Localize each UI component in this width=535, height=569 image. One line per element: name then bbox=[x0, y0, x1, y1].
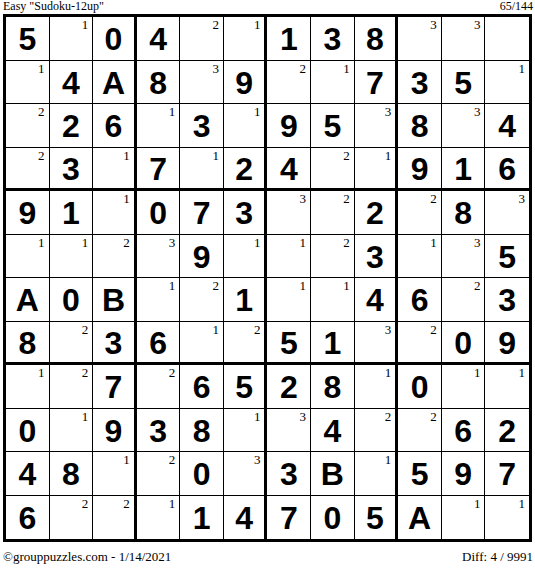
cell-r7c6[interactable]: 1 bbox=[224, 278, 268, 322]
given-digit: 7 bbox=[366, 67, 384, 99]
pencil-mark: 2 bbox=[82, 497, 89, 511]
cell-r9c4[interactable]: 2 bbox=[137, 365, 181, 409]
given-digit: 9 bbox=[411, 153, 429, 185]
cell-r2c6[interactable]: 9 bbox=[224, 61, 268, 105]
cell-r12c12[interactable]: 1 bbox=[485, 496, 529, 540]
cell-r12c8[interactable]: 0 bbox=[311, 496, 355, 540]
given-digit: 4 bbox=[235, 502, 253, 534]
cell-r6c11[interactable]: 3 bbox=[442, 235, 486, 279]
pencil-mark: 1 bbox=[518, 62, 525, 76]
cell-r7c5[interactable]: 2 bbox=[180, 278, 224, 322]
page-counter: 65/144 bbox=[500, 0, 533, 13]
cell-r7c1[interactable]: A bbox=[6, 278, 50, 322]
cell-r3c7[interactable]: 9 bbox=[267, 104, 311, 148]
given-digit: A bbox=[408, 502, 431, 534]
pencil-mark: 1 bbox=[123, 453, 130, 467]
given-digit: 1 bbox=[193, 502, 211, 534]
cell-r3c10[interactable]: 8 bbox=[398, 104, 442, 148]
cell-r4c1[interactable]: 2 bbox=[6, 148, 50, 192]
cell-r4c9[interactable]: 1 bbox=[355, 148, 399, 192]
given-digit: 0 bbox=[18, 415, 36, 447]
cell-r8c8[interactable]: 1 bbox=[311, 322, 355, 366]
given-digit: 8 bbox=[193, 415, 211, 447]
pencil-mark: 3 bbox=[385, 323, 392, 337]
cell-r5c9[interactable]: 2 bbox=[355, 191, 399, 235]
cell-r12c2[interactable]: 2 bbox=[50, 496, 94, 540]
page-title: Easy "Sudoku-12up" bbox=[3, 0, 104, 13]
cell-r6c2[interactable]: 1 bbox=[50, 235, 94, 279]
given-digit: 6 bbox=[105, 110, 123, 142]
given-digit: 3 bbox=[62, 153, 80, 185]
given-digit: 0 bbox=[411, 371, 429, 403]
cell-r8c1[interactable]: 8 bbox=[6, 322, 50, 366]
pencil-mark: 2 bbox=[430, 410, 437, 424]
cell-r9c12[interactable]: 1 bbox=[485, 365, 529, 409]
cell-r5c1[interactable]: 9 bbox=[6, 191, 50, 235]
footer-copyright: ©grouppuzzles.com - 1/14/2021 bbox=[3, 549, 171, 565]
given-digit: 4 bbox=[498, 110, 516, 142]
given-digit: 0 bbox=[323, 502, 341, 534]
cell-r5c6[interactable]: 3 bbox=[224, 191, 268, 235]
cell-r4c8[interactable]: 2 bbox=[311, 148, 355, 192]
given-digit: A bbox=[16, 284, 39, 316]
given-digit: 0 bbox=[62, 284, 80, 316]
given-digit: 0 bbox=[454, 327, 472, 359]
given-digit: 7 bbox=[193, 197, 211, 229]
pencil-mark: 1 bbox=[474, 366, 481, 380]
given-digit: 4 bbox=[149, 23, 167, 55]
cell-r10c10[interactable]: 2 bbox=[398, 409, 442, 453]
cell-r11c11[interactable]: 9 bbox=[442, 452, 486, 496]
pencil-mark: 3 bbox=[300, 192, 307, 206]
cell-r11c2[interactable]: 8 bbox=[50, 452, 94, 496]
cell-r5c3[interactable]: 1 bbox=[93, 191, 137, 235]
cell-r7c8[interactable]: 1 bbox=[311, 278, 355, 322]
cell-r2c9[interactable]: 7 bbox=[355, 61, 399, 105]
given-digit: 5 bbox=[454, 67, 472, 99]
cell-r12c11[interactable]: 1 bbox=[442, 496, 486, 540]
pencil-mark: 2 bbox=[254, 323, 261, 337]
given-digit: 9 bbox=[280, 110, 298, 142]
cell-r7c9[interactable]: 4 bbox=[355, 278, 399, 322]
cell-r2c7[interactable]: 2 bbox=[267, 61, 311, 105]
cell-r3c8[interactable]: 5 bbox=[311, 104, 355, 148]
cell-r1c8[interactable]: 3 bbox=[311, 17, 355, 61]
pencil-mark: 1 bbox=[123, 192, 130, 206]
pencil-mark: 2 bbox=[82, 366, 89, 380]
pencil-mark: 2 bbox=[343, 192, 350, 206]
given-digit: 8 bbox=[62, 458, 80, 490]
given-digit: 6 bbox=[498, 153, 516, 185]
pencil-mark: 1 bbox=[430, 236, 437, 250]
cell-r6c4[interactable]: 3 bbox=[137, 235, 181, 279]
cell-r1c11[interactable]: 3 bbox=[442, 17, 486, 61]
cell-r4c6[interactable]: 2 bbox=[224, 148, 268, 192]
cell-r5c7[interactable]: 3 bbox=[267, 191, 311, 235]
cell-r3c12[interactable]: 4 bbox=[485, 104, 529, 148]
cell-r9c6[interactable]: 5 bbox=[224, 365, 268, 409]
given-digit: 2 bbox=[235, 153, 253, 185]
cell-r9c11[interactable]: 1 bbox=[442, 365, 486, 409]
given-digit: 8 bbox=[149, 67, 167, 99]
pencil-mark: 1 bbox=[82, 410, 89, 424]
cell-r8c4[interactable]: 6 bbox=[137, 322, 181, 366]
cell-r10c1[interactable]: 0 bbox=[6, 409, 50, 453]
cell-r12c4[interactable]: 1 bbox=[137, 496, 181, 540]
given-digit: 1 bbox=[62, 197, 80, 229]
pencil-mark: 1 bbox=[254, 410, 261, 424]
pencil-mark: 1 bbox=[343, 279, 350, 293]
page-footer: ©grouppuzzles.com - 1/14/2021 Diff: 4 / … bbox=[3, 549, 533, 565]
given-digit: 9 bbox=[454, 458, 472, 490]
cell-r10c12[interactable]: 2 bbox=[485, 409, 529, 453]
cell-r7c10[interactable]: 6 bbox=[398, 278, 442, 322]
cell-r11c3[interactable]: 1 bbox=[93, 452, 137, 496]
cell-r6c12[interactable]: 5 bbox=[485, 235, 529, 279]
cell-r8c10[interactable]: 2 bbox=[398, 322, 442, 366]
pencil-mark: 3 bbox=[254, 453, 261, 467]
pencil-mark: 1 bbox=[169, 105, 176, 119]
cell-r7c3[interactable]: B bbox=[93, 278, 137, 322]
pencil-mark: 1 bbox=[169, 497, 176, 511]
cell-r8c3[interactable]: 3 bbox=[93, 322, 137, 366]
given-digit: B bbox=[321, 458, 344, 490]
cell-r6c6[interactable]: 1 bbox=[224, 235, 268, 279]
cell-r8c9[interactable]: 3 bbox=[355, 322, 399, 366]
cell-r6c8[interactable]: 2 bbox=[311, 235, 355, 279]
given-digit: 4 bbox=[323, 415, 341, 447]
pencil-mark: 2 bbox=[430, 323, 437, 337]
cell-r6c3[interactable]: 2 bbox=[93, 235, 137, 279]
given-digit: 8 bbox=[323, 371, 341, 403]
given-digit: 1 bbox=[280, 23, 298, 55]
sudoku-board: 5104211383314A83921735122613195383423171… bbox=[3, 14, 532, 542]
pencil-mark: 1 bbox=[385, 366, 392, 380]
given-digit: 5 bbox=[323, 110, 341, 142]
cell-r6c1[interactable]: 1 bbox=[6, 235, 50, 279]
cell-r6c5[interactable]: 9 bbox=[180, 235, 224, 279]
page-header: Easy "Sudoku-12up" 65/144 bbox=[3, 0, 533, 14]
cell-r3c5[interactable]: 3 bbox=[180, 104, 224, 148]
cell-r2c10[interactable]: 3 bbox=[398, 61, 442, 105]
cell-r1c9[interactable]: 8 bbox=[355, 17, 399, 61]
given-digit: 9 bbox=[105, 415, 123, 447]
cell-r10c6[interactable]: 1 bbox=[224, 409, 268, 453]
cell-r9c3[interactable]: 7 bbox=[93, 365, 137, 409]
cell-r11c8[interactable]: B bbox=[311, 452, 355, 496]
pencil-mark: 1 bbox=[343, 62, 350, 76]
given-digit: 8 bbox=[411, 110, 429, 142]
cell-r2c12[interactable]: 1 bbox=[485, 61, 529, 105]
cell-r10c5[interactable]: 8 bbox=[180, 409, 224, 453]
cell-r11c7[interactable]: 3 bbox=[267, 452, 311, 496]
given-digit: 5 bbox=[280, 327, 298, 359]
pencil-mark: 2 bbox=[169, 366, 176, 380]
cell-r3c9[interactable]: 3 bbox=[355, 104, 399, 148]
given-digit: 1 bbox=[323, 327, 341, 359]
given-digit: 3 bbox=[149, 415, 167, 447]
cell-r6c7[interactable]: 1 bbox=[267, 235, 311, 279]
pencil-mark: 1 bbox=[385, 149, 392, 163]
pencil-mark: 3 bbox=[474, 18, 481, 32]
pencil-mark: 3 bbox=[430, 18, 437, 32]
pencil-mark: 1 bbox=[169, 279, 176, 293]
given-digit: 9 bbox=[498, 327, 516, 359]
given-digit: 2 bbox=[62, 110, 80, 142]
given-digit: 2 bbox=[498, 415, 516, 447]
given-digit: 8 bbox=[18, 327, 36, 359]
cell-r7c4[interactable]: 1 bbox=[137, 278, 181, 322]
pencil-mark: 1 bbox=[212, 149, 219, 163]
cell-r7c7[interactable]: 1 bbox=[267, 278, 311, 322]
pencil-mark: 1 bbox=[518, 497, 525, 511]
given-digit: B bbox=[102, 284, 125, 316]
given-digit: 3 bbox=[193, 110, 211, 142]
given-digit: 5 bbox=[18, 23, 36, 55]
cell-r12c10[interactable]: A bbox=[398, 496, 442, 540]
given-digit: 6 bbox=[454, 415, 472, 447]
cell-r2c11[interactable]: 5 bbox=[442, 61, 486, 105]
cell-r4c4[interactable]: 7 bbox=[137, 148, 181, 192]
pencil-mark: 1 bbox=[212, 323, 219, 337]
given-digit: 9 bbox=[18, 197, 36, 229]
given-digit: 5 bbox=[411, 458, 429, 490]
given-digit: 4 bbox=[280, 153, 298, 185]
cell-r9c5[interactable]: 6 bbox=[180, 365, 224, 409]
cell-r8c5[interactable]: 1 bbox=[180, 322, 224, 366]
cell-r10c8[interactable]: 4 bbox=[311, 409, 355, 453]
cell-r1c10[interactable]: 3 bbox=[398, 17, 442, 61]
cell-r7c12[interactable]: 3 bbox=[485, 278, 529, 322]
cell-r1c7[interactable]: 1 bbox=[267, 17, 311, 61]
cell-r4c3[interactable]: 1 bbox=[93, 148, 137, 192]
cell-r10c4[interactable]: 3 bbox=[137, 409, 181, 453]
cell-r8c12[interactable]: 9 bbox=[485, 322, 529, 366]
cell-r12c7[interactable]: 7 bbox=[267, 496, 311, 540]
pencil-mark: 2 bbox=[343, 149, 350, 163]
pencil-mark: 1 bbox=[385, 453, 392, 467]
given-digit: 0 bbox=[149, 197, 167, 229]
given-digit: 3 bbox=[366, 241, 384, 273]
pencil-mark: 2 bbox=[123, 236, 130, 250]
cell-r9c8[interactable]: 8 bbox=[311, 365, 355, 409]
cell-r9c7[interactable]: 2 bbox=[267, 365, 311, 409]
cell-r2c8[interactable]: 1 bbox=[311, 61, 355, 105]
cell-r3c11[interactable]: 3 bbox=[442, 104, 486, 148]
cell-r3c1[interactable]: 2 bbox=[6, 104, 50, 148]
pencil-mark: 1 bbox=[474, 497, 481, 511]
given-digit: 6 bbox=[193, 371, 211, 403]
given-digit: 1 bbox=[235, 284, 253, 316]
pencil-mark: 2 bbox=[82, 323, 89, 337]
pencil-mark: 2 bbox=[212, 18, 219, 32]
given-digit: 3 bbox=[498, 284, 516, 316]
pencil-mark: 2 bbox=[300, 62, 307, 76]
given-digit: 4 bbox=[18, 458, 36, 490]
cell-r7c2[interactable]: 0 bbox=[50, 278, 94, 322]
cell-r3c2[interactable]: 2 bbox=[50, 104, 94, 148]
cell-r2c4[interactable]: 8 bbox=[137, 61, 181, 105]
pencil-mark: 1 bbox=[82, 18, 89, 32]
cell-r9c2[interactable]: 2 bbox=[50, 365, 94, 409]
pencil-mark: 3 bbox=[385, 105, 392, 119]
cell-r4c12[interactable]: 6 bbox=[485, 148, 529, 192]
given-digit: 2 bbox=[366, 197, 384, 229]
given-digit: 7 bbox=[149, 153, 167, 185]
cell-r2c1[interactable]: 1 bbox=[6, 61, 50, 105]
cell-r12c5[interactable]: 1 bbox=[180, 496, 224, 540]
pencil-mark: 3 bbox=[212, 62, 219, 76]
given-digit: 4 bbox=[366, 284, 384, 316]
pencil-mark: 1 bbox=[254, 18, 261, 32]
given-digit: 3 bbox=[411, 67, 429, 99]
cell-r5c10[interactable]: 2 bbox=[398, 191, 442, 235]
pencil-mark: 2 bbox=[123, 497, 130, 511]
cell-r1c1[interactable]: 5 bbox=[6, 17, 50, 61]
pencil-mark: 2 bbox=[212, 279, 219, 293]
pencil-mark: 1 bbox=[38, 62, 45, 76]
cell-r4c7[interactable]: 4 bbox=[267, 148, 311, 192]
cell-r4c11[interactable]: 1 bbox=[442, 148, 486, 192]
given-digit: 8 bbox=[454, 197, 472, 229]
cell-r8c6[interactable]: 2 bbox=[224, 322, 268, 366]
cell-r3c3[interactable]: 6 bbox=[93, 104, 137, 148]
footer-difficulty: Diff: 4 / 9991 bbox=[462, 549, 533, 565]
pencil-mark: 3 bbox=[474, 236, 481, 250]
pencil-mark: 1 bbox=[82, 236, 89, 250]
given-digit: 7 bbox=[498, 458, 516, 490]
cell-r11c6[interactable]: 3 bbox=[224, 452, 268, 496]
given-digit: 5 bbox=[235, 371, 253, 403]
given-digit: 0 bbox=[193, 458, 211, 490]
cell-r11c1[interactable]: 4 bbox=[6, 452, 50, 496]
cell-r1c3[interactable]: 0 bbox=[93, 17, 137, 61]
pencil-mark: 3 bbox=[169, 236, 176, 250]
cell-r9c1[interactable]: 1 bbox=[6, 365, 50, 409]
cell-r7c11[interactable]: 2 bbox=[442, 278, 486, 322]
cell-r6c9[interactable]: 3 bbox=[355, 235, 399, 279]
given-digit: 4 bbox=[62, 67, 80, 99]
cell-r2c5[interactable]: 3 bbox=[180, 61, 224, 105]
cell-r5c12[interactable]: 3 bbox=[485, 191, 529, 235]
given-digit: 8 bbox=[366, 23, 384, 55]
pencil-mark: 1 bbox=[123, 149, 130, 163]
given-digit: 3 bbox=[280, 458, 298, 490]
cell-r9c9[interactable]: 1 bbox=[355, 365, 399, 409]
given-digit: 9 bbox=[193, 241, 211, 273]
cell-r12c9[interactable]: 5 bbox=[355, 496, 399, 540]
cell-r10c2[interactable]: 1 bbox=[50, 409, 94, 453]
cell-r4c2[interactable]: 3 bbox=[50, 148, 94, 192]
given-digit: 6 bbox=[411, 284, 429, 316]
pencil-mark: 2 bbox=[169, 453, 176, 467]
given-digit: 0 bbox=[105, 23, 123, 55]
cell-r1c5[interactable]: 2 bbox=[180, 17, 224, 61]
cell-r10c3[interactable]: 9 bbox=[93, 409, 137, 453]
given-digit: 9 bbox=[235, 67, 253, 99]
cell-r10c11[interactable]: 6 bbox=[442, 409, 486, 453]
cell-r6c10[interactable]: 1 bbox=[398, 235, 442, 279]
cell-r1c6[interactable]: 1 bbox=[224, 17, 268, 61]
cell-r8c11[interactable]: 0 bbox=[442, 322, 486, 366]
cell-r5c2[interactable]: 1 bbox=[50, 191, 94, 235]
given-digit: 5 bbox=[498, 241, 516, 273]
pencil-mark: 2 bbox=[38, 105, 45, 119]
cell-r4c10[interactable]: 9 bbox=[398, 148, 442, 192]
cell-r12c1[interactable]: 6 bbox=[6, 496, 50, 540]
cell-r2c3[interactable]: A bbox=[93, 61, 137, 105]
pencil-mark: 2 bbox=[38, 149, 45, 163]
pencil-mark: 2 bbox=[430, 192, 437, 206]
pencil-mark: 2 bbox=[385, 410, 392, 424]
pencil-mark: 1 bbox=[254, 236, 261, 250]
cell-r12c6[interactable]: 4 bbox=[224, 496, 268, 540]
cell-r5c11[interactable]: 8 bbox=[442, 191, 486, 235]
pencil-mark: 2 bbox=[474, 279, 481, 293]
pencil-mark: 2 bbox=[343, 236, 350, 250]
cell-r11c5[interactable]: 0 bbox=[180, 452, 224, 496]
cell-r10c7[interactable]: 3 bbox=[267, 409, 311, 453]
cell-r10c9[interactable]: 2 bbox=[355, 409, 399, 453]
given-digit: 3 bbox=[323, 23, 341, 55]
given-digit: 5 bbox=[366, 502, 384, 534]
pencil-mark: 1 bbox=[300, 279, 307, 293]
cell-r5c5[interactable]: 7 bbox=[180, 191, 224, 235]
given-digit: 7 bbox=[280, 502, 298, 534]
given-digit: 1 bbox=[454, 153, 472, 185]
pencil-mark: 3 bbox=[518, 192, 525, 206]
cell-r1c4[interactable]: 4 bbox=[137, 17, 181, 61]
cell-r5c4[interactable]: 0 bbox=[137, 191, 181, 235]
cell-r11c12[interactable]: 7 bbox=[485, 452, 529, 496]
cell-r8c2[interactable]: 2 bbox=[50, 322, 94, 366]
cell-r3c4[interactable]: 1 bbox=[137, 104, 181, 148]
pencil-mark: 1 bbox=[518, 366, 525, 380]
given-digit: 6 bbox=[149, 327, 167, 359]
given-digit: 3 bbox=[105, 327, 123, 359]
cell-r12c3[interactable]: 2 bbox=[93, 496, 137, 540]
cell-r1c12[interactable] bbox=[485, 17, 529, 61]
cell-r3c6[interactable]: 1 bbox=[224, 104, 268, 148]
given-digit: A bbox=[102, 67, 125, 99]
cell-r11c4[interactable]: 2 bbox=[137, 452, 181, 496]
puzzle-page: Easy "Sudoku-12up" 65/144 5104211383314A… bbox=[0, 0, 535, 569]
given-digit: 2 bbox=[280, 371, 298, 403]
cell-r4c5[interactable]: 1 bbox=[180, 148, 224, 192]
cell-r11c9[interactable]: 1 bbox=[355, 452, 399, 496]
pencil-mark: 1 bbox=[38, 366, 45, 380]
pencil-mark: 3 bbox=[474, 105, 481, 119]
pencil-mark: 1 bbox=[38, 236, 45, 250]
cell-r11c10[interactable]: 5 bbox=[398, 452, 442, 496]
cell-r8c7[interactable]: 5 bbox=[267, 322, 311, 366]
cell-r5c8[interactable]: 2 bbox=[311, 191, 355, 235]
pencil-mark: 3 bbox=[300, 410, 307, 424]
cell-r1c2[interactable]: 1 bbox=[50, 17, 94, 61]
pencil-mark: 1 bbox=[300, 236, 307, 250]
pencil-mark: 1 bbox=[254, 105, 261, 119]
given-digit: 6 bbox=[18, 502, 36, 534]
cell-r9c10[interactable]: 0 bbox=[398, 365, 442, 409]
given-digit: 7 bbox=[105, 371, 123, 403]
cell-r2c2[interactable]: 4 bbox=[50, 61, 94, 105]
given-digit: 3 bbox=[235, 197, 253, 229]
